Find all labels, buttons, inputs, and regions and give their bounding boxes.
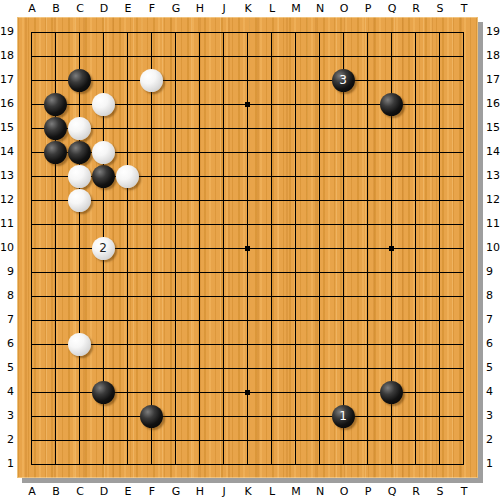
stone-black bbox=[44, 141, 67, 164]
column-label: Q bbox=[380, 484, 404, 499]
stone-black bbox=[44, 117, 67, 140]
column-labels-bottom: ABCDEFGHJKLMNOPQRST bbox=[20, 484, 476, 499]
stone-black bbox=[380, 93, 403, 116]
column-label: S bbox=[428, 484, 452, 499]
board-intersections: 312 bbox=[19, 20, 475, 476]
column-label: H bbox=[188, 1, 212, 16]
stone-black-move-1: 1 bbox=[332, 405, 355, 428]
row-label: 14 bbox=[485, 140, 500, 164]
star-point bbox=[389, 246, 394, 251]
row-label: 16 bbox=[0, 92, 15, 116]
column-label: C bbox=[68, 484, 92, 499]
column-label: L bbox=[260, 1, 284, 16]
go-diagram: ABCDEFGHJKLMNOPQRST ABCDEFGHJKLMNOPQRST … bbox=[0, 0, 500, 500]
stone-white bbox=[68, 165, 91, 188]
stone-black bbox=[380, 381, 403, 404]
row-label: 15 bbox=[485, 116, 500, 140]
row-label: 12 bbox=[485, 188, 500, 212]
column-label: P bbox=[356, 1, 380, 16]
row-labels-left: 19181716151413121110987654321 bbox=[0, 20, 15, 476]
column-label: G bbox=[164, 484, 188, 499]
row-label: 8 bbox=[0, 284, 15, 308]
row-label: 10 bbox=[0, 236, 15, 260]
column-label: N bbox=[308, 1, 332, 16]
stone-white bbox=[140, 69, 163, 92]
column-label: F bbox=[140, 1, 164, 16]
row-label: 17 bbox=[485, 68, 500, 92]
column-label: N bbox=[308, 484, 332, 499]
row-label: 11 bbox=[0, 212, 15, 236]
row-label: 9 bbox=[0, 260, 15, 284]
row-label: 13 bbox=[0, 164, 15, 188]
column-label: G bbox=[164, 1, 188, 16]
column-label: E bbox=[116, 484, 140, 499]
row-label: 4 bbox=[0, 380, 15, 404]
column-label: Q bbox=[380, 1, 404, 16]
row-label: 10 bbox=[485, 236, 500, 260]
row-label: 3 bbox=[485, 404, 500, 428]
stone-white-move-2: 2 bbox=[92, 237, 115, 260]
row-label: 7 bbox=[485, 308, 500, 332]
column-label: K bbox=[236, 1, 260, 16]
column-label: M bbox=[284, 1, 308, 16]
row-label: 5 bbox=[485, 356, 500, 380]
column-label: L bbox=[260, 484, 284, 499]
row-label: 14 bbox=[0, 140, 15, 164]
row-label: 18 bbox=[485, 44, 500, 68]
stone-black bbox=[44, 93, 67, 116]
column-label: O bbox=[332, 1, 356, 16]
row-label: 2 bbox=[485, 428, 500, 452]
column-label: C bbox=[68, 1, 92, 16]
column-label: J bbox=[212, 1, 236, 16]
star-point bbox=[245, 390, 250, 395]
star-point bbox=[245, 246, 250, 251]
stone-black bbox=[68, 69, 91, 92]
stone-black bbox=[92, 165, 115, 188]
column-label: K bbox=[236, 484, 260, 499]
row-label: 4 bbox=[485, 380, 500, 404]
row-label: 19 bbox=[0, 20, 15, 44]
column-label: A bbox=[20, 484, 44, 499]
stone-white bbox=[116, 165, 139, 188]
row-label: 16 bbox=[485, 92, 500, 116]
row-label: 13 bbox=[485, 164, 500, 188]
column-label: O bbox=[332, 484, 356, 499]
stone-black-move-3: 3 bbox=[332, 69, 355, 92]
column-label: D bbox=[92, 484, 116, 499]
stone-black bbox=[92, 381, 115, 404]
row-label: 1 bbox=[0, 452, 15, 476]
go-board[interactable]: 312 bbox=[17, 17, 478, 478]
row-label: 5 bbox=[0, 356, 15, 380]
stone-black bbox=[140, 405, 163, 428]
row-label: 7 bbox=[0, 308, 15, 332]
stone-white bbox=[92, 141, 115, 164]
row-label: 6 bbox=[485, 332, 500, 356]
row-label: 19 bbox=[485, 20, 500, 44]
column-label: R bbox=[404, 484, 428, 499]
row-label: 18 bbox=[0, 44, 15, 68]
row-labels-right: 19181716151413121110987654321 bbox=[485, 20, 500, 476]
stone-white bbox=[68, 117, 91, 140]
stone-black bbox=[68, 141, 91, 164]
column-label: M bbox=[284, 484, 308, 499]
row-label: 2 bbox=[0, 428, 15, 452]
row-label: 9 bbox=[485, 260, 500, 284]
row-label: 3 bbox=[0, 404, 15, 428]
row-label: 12 bbox=[0, 188, 15, 212]
row-label: 6 bbox=[0, 332, 15, 356]
star-point bbox=[245, 102, 250, 107]
column-label: S bbox=[428, 1, 452, 16]
column-label: D bbox=[92, 1, 116, 16]
column-label: B bbox=[44, 484, 68, 499]
row-label: 1 bbox=[485, 452, 500, 476]
column-label: R bbox=[404, 1, 428, 16]
column-label: A bbox=[20, 1, 44, 16]
row-label: 17 bbox=[0, 68, 15, 92]
row-label: 11 bbox=[485, 212, 500, 236]
column-label: T bbox=[452, 484, 476, 499]
row-label: 8 bbox=[485, 284, 500, 308]
column-label: T bbox=[452, 1, 476, 16]
stone-white bbox=[92, 93, 115, 116]
column-label: F bbox=[140, 484, 164, 499]
column-label: P bbox=[356, 484, 380, 499]
row-label: 15 bbox=[0, 116, 15, 140]
stone-white bbox=[68, 333, 91, 356]
column-labels-top: ABCDEFGHJKLMNOPQRST bbox=[20, 1, 476, 16]
column-label: B bbox=[44, 1, 68, 16]
column-label: H bbox=[188, 484, 212, 499]
stone-white bbox=[68, 189, 91, 212]
column-label: J bbox=[212, 484, 236, 499]
column-label: E bbox=[116, 1, 140, 16]
